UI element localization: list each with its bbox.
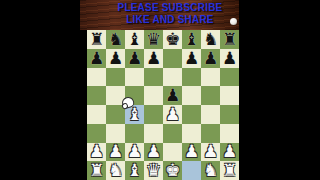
white-bishop[interactable]: ♝ xyxy=(125,161,144,180)
square-g5[interactable] xyxy=(201,86,220,105)
square-f6[interactable] xyxy=(182,68,201,87)
square-g1[interactable]: ♞ xyxy=(201,161,220,180)
square-d5[interactable] xyxy=(144,86,163,105)
white-king[interactable]: ♚ xyxy=(163,161,182,180)
square-h1[interactable]: ♜ xyxy=(220,161,239,180)
black-knight[interactable]: ♞ xyxy=(201,30,220,49)
square-e4[interactable]: ♟ xyxy=(163,105,182,124)
square-d2[interactable]: ♟ xyxy=(144,143,163,162)
white-pawn[interactable]: ♟ xyxy=(87,143,106,162)
square-f2[interactable]: ♟ xyxy=(182,143,201,162)
square-d6[interactable] xyxy=(144,68,163,87)
square-h5[interactable] xyxy=(220,86,239,105)
black-pawn[interactable]: ♟ xyxy=(106,49,125,68)
square-h6[interactable] xyxy=(220,68,239,87)
square-c2[interactable]: ♟ xyxy=(125,143,144,162)
square-g3[interactable] xyxy=(201,124,220,143)
square-b2[interactable]: ♟ xyxy=(106,143,125,162)
white-pawn[interactable]: ♟ xyxy=(125,143,144,162)
square-f4[interactable] xyxy=(182,105,201,124)
square-d3[interactable] xyxy=(144,124,163,143)
square-g7[interactable]: ♟ xyxy=(201,49,220,68)
square-a2[interactable]: ♟ xyxy=(87,143,106,162)
square-b6[interactable] xyxy=(106,68,125,87)
square-e3[interactable] xyxy=(163,124,182,143)
white-queen[interactable]: ♛ xyxy=(144,161,163,180)
white-pawn[interactable]: ♟ xyxy=(163,105,182,124)
banner-line-2: LIKE AND SHARE xyxy=(101,14,239,26)
white-knight[interactable]: ♞ xyxy=(106,161,125,180)
square-e5[interactable]: ♟ xyxy=(163,86,182,105)
square-a5[interactable] xyxy=(87,86,106,105)
square-h7[interactable]: ♟ xyxy=(220,49,239,68)
white-rook[interactable]: ♜ xyxy=(220,161,239,180)
black-rook[interactable]: ♜ xyxy=(87,30,106,49)
square-h3[interactable] xyxy=(220,124,239,143)
black-pawn[interactable]: ♟ xyxy=(201,49,220,68)
square-b3[interactable] xyxy=(106,124,125,143)
black-pawn[interactable]: ♟ xyxy=(125,49,144,68)
square-e6[interactable] xyxy=(163,68,182,87)
black-rook[interactable]: ♜ xyxy=(220,30,239,49)
banner-line-1: PLEASE SUBSCRIBE xyxy=(101,2,239,14)
square-a1[interactable]: ♜ xyxy=(87,161,106,180)
black-king[interactable]: ♚ xyxy=(163,30,182,49)
square-a6[interactable] xyxy=(87,68,106,87)
square-a3[interactable] xyxy=(87,124,106,143)
square-b1[interactable]: ♞ xyxy=(106,161,125,180)
black-pawn[interactable]: ♟ xyxy=(144,49,163,68)
white-rook[interactable]: ♜ xyxy=(87,161,106,180)
square-c1[interactable]: ♝ xyxy=(125,161,144,180)
black-pawn[interactable]: ♟ xyxy=(182,49,201,68)
square-c8[interactable]: ♝ xyxy=(125,30,144,49)
chess-board: ♜♞♝♛♚♝♞♜♟♟♟♟♟♟♟♟♝♟♟♟♟♟♟♟♟♜♞♝♛♚♞♜ xyxy=(87,30,239,180)
square-h8[interactable]: ♜ xyxy=(220,30,239,49)
black-bishop[interactable]: ♝ xyxy=(125,30,144,49)
square-g2[interactable]: ♟ xyxy=(201,143,220,162)
black-knight[interactable]: ♞ xyxy=(106,30,125,49)
black-queen[interactable]: ♛ xyxy=(144,30,163,49)
square-g8[interactable]: ♞ xyxy=(201,30,220,49)
white-pawn[interactable]: ♟ xyxy=(106,143,125,162)
square-h4[interactable] xyxy=(220,105,239,124)
square-e8[interactable]: ♚ xyxy=(163,30,182,49)
square-c7[interactable]: ♟ xyxy=(125,49,144,68)
white-knight[interactable]: ♞ xyxy=(201,161,220,180)
square-g6[interactable] xyxy=(201,68,220,87)
square-a4[interactable] xyxy=(87,105,106,124)
square-d8[interactable]: ♛ xyxy=(144,30,163,49)
black-pawn[interactable]: ♟ xyxy=(220,49,239,68)
black-pawn[interactable]: ♟ xyxy=(163,86,182,105)
square-d1[interactable]: ♛ xyxy=(144,161,163,180)
white-pawn[interactable]: ♟ xyxy=(182,143,201,162)
square-d4[interactable] xyxy=(144,105,163,124)
cursor-dot-icon xyxy=(230,18,237,25)
square-b7[interactable]: ♟ xyxy=(106,49,125,68)
white-pawn[interactable]: ♟ xyxy=(201,143,220,162)
square-a7[interactable]: ♟ xyxy=(87,49,106,68)
square-e7[interactable] xyxy=(163,49,182,68)
square-d7[interactable]: ♟ xyxy=(144,49,163,68)
white-pawn[interactable]: ♟ xyxy=(144,143,163,162)
square-f7[interactable]: ♟ xyxy=(182,49,201,68)
square-e2[interactable] xyxy=(163,143,182,162)
square-b8[interactable]: ♞ xyxy=(106,30,125,49)
black-pawn[interactable]: ♟ xyxy=(87,49,106,68)
white-pawn[interactable]: ♟ xyxy=(220,143,239,162)
square-h2[interactable]: ♟ xyxy=(220,143,239,162)
square-f5[interactable] xyxy=(182,86,201,105)
square-g4[interactable] xyxy=(201,105,220,124)
square-f3[interactable] xyxy=(182,124,201,143)
square-a8[interactable]: ♜ xyxy=(87,30,106,49)
square-c6[interactable] xyxy=(125,68,144,87)
square-e1[interactable]: ♚ xyxy=(163,161,182,180)
letterbox-right xyxy=(239,0,320,180)
wood-banner: PLEASE SUBSCRIBE LIKE AND SHARE xyxy=(80,0,239,30)
square-f8[interactable]: ♝ xyxy=(182,30,201,49)
square-c3[interactable] xyxy=(125,124,144,143)
square-f1[interactable] xyxy=(182,161,201,180)
black-bishop[interactable]: ♝ xyxy=(182,30,201,49)
letterbox-left xyxy=(0,0,80,180)
